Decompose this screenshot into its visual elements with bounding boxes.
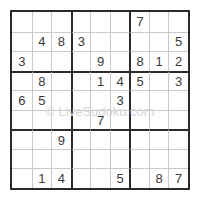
cell-r3c1[interactable]: 3: [12, 51, 32, 71]
cell-r3c9[interactable]: 2: [168, 51, 188, 71]
cell-r7c4[interactable]: [71, 129, 91, 149]
cell-r1c8[interactable]: [149, 12, 169, 32]
cell-r8c8[interactable]: [149, 149, 169, 169]
cell-r5c2[interactable]: 5: [32, 90, 52, 110]
cell-r8c3[interactable]: [51, 149, 71, 169]
cell-r4c7[interactable]: 5: [129, 71, 149, 91]
cell-r7c8[interactable]: [149, 129, 169, 149]
cell-r3c5[interactable]: 9: [90, 51, 110, 71]
cell-r6c2[interactable]: [32, 110, 52, 130]
cell-r6c7[interactable]: [129, 110, 149, 130]
cell-r9c7[interactable]: [129, 168, 149, 188]
cell-r7c6[interactable]: [110, 129, 130, 149]
cell-r3c3[interactable]: [51, 51, 71, 71]
cell-r6c6[interactable]: [110, 110, 130, 130]
cell-r2c6[interactable]: [110, 32, 130, 52]
cell-r6c9[interactable]: [168, 110, 188, 130]
cell-r9c2[interactable]: 1: [32, 168, 52, 188]
cell-r7c9[interactable]: [168, 129, 188, 149]
cell-r1c9[interactable]: [168, 12, 188, 32]
cell-r2c5[interactable]: [90, 32, 110, 52]
cell-r3c7[interactable]: 8: [129, 51, 149, 71]
cell-r2c2[interactable]: 4: [32, 32, 52, 52]
cell-r2c9[interactable]: 5: [168, 32, 188, 52]
cell-r8c6[interactable]: [110, 149, 130, 169]
cell-r5c6[interactable]: 3: [110, 90, 130, 110]
cell-r5c4[interactable]: [71, 90, 91, 110]
cell-r9c1[interactable]: [12, 168, 32, 188]
cell-r5c1[interactable]: 6: [12, 90, 32, 110]
cell-r8c7[interactable]: [129, 149, 149, 169]
cell-r6c1[interactable]: [12, 110, 32, 130]
cell-r5c9[interactable]: [168, 90, 188, 110]
cell-r3c8[interactable]: 1: [149, 51, 169, 71]
cell-r8c5[interactable]: [90, 149, 110, 169]
cell-r6c4[interactable]: [71, 110, 91, 130]
cell-r4c3[interactable]: [51, 71, 71, 91]
cell-r6c8[interactable]: [149, 110, 169, 130]
cell-r1c4[interactable]: [71, 12, 91, 32]
cell-r7c5[interactable]: [90, 129, 110, 149]
cell-r7c3[interactable]: 9: [51, 129, 71, 149]
board-area: 7483539812814536537914587 © LiveSudoku.c…: [10, 10, 190, 190]
cell-r2c8[interactable]: [149, 32, 169, 52]
cell-r3c6[interactable]: [110, 51, 130, 71]
cell-r2c7[interactable]: [129, 32, 149, 52]
cell-r9c3[interactable]: 4: [51, 168, 71, 188]
cell-r7c7[interactable]: [129, 129, 149, 149]
cell-r3c4[interactable]: [71, 51, 91, 71]
cell-r9c9[interactable]: 7: [168, 168, 188, 188]
cell-r1c5[interactable]: [90, 12, 110, 32]
cell-r4c6[interactable]: 4: [110, 71, 130, 91]
sudoku-board: 7483539812814536537914587: [10, 10, 190, 190]
cell-r8c4[interactable]: [71, 149, 91, 169]
cell-r1c2[interactable]: [32, 12, 52, 32]
cell-r5c8[interactable]: [149, 90, 169, 110]
cell-r5c5[interactable]: [90, 90, 110, 110]
cell-r7c1[interactable]: [12, 129, 32, 149]
cell-r8c9[interactable]: [168, 149, 188, 169]
cell-r4c9[interactable]: 3: [168, 71, 188, 91]
cell-r4c2[interactable]: 8: [32, 71, 52, 91]
cell-r2c3[interactable]: 8: [51, 32, 71, 52]
cell-r4c8[interactable]: [149, 71, 169, 91]
cell-r2c4[interactable]: 3: [71, 32, 91, 52]
cell-r3c2[interactable]: [32, 51, 52, 71]
cell-r8c1[interactable]: [12, 149, 32, 169]
cell-r6c3[interactable]: [51, 110, 71, 130]
cell-r9c8[interactable]: 8: [149, 168, 169, 188]
cell-r4c4[interactable]: [71, 71, 91, 91]
cell-r5c3[interactable]: [51, 90, 71, 110]
cell-r4c1[interactable]: [12, 71, 32, 91]
cell-r1c7[interactable]: 7: [129, 12, 149, 32]
cell-r8c2[interactable]: [32, 149, 52, 169]
cell-r7c2[interactable]: [32, 129, 52, 149]
cell-r9c4[interactable]: [71, 168, 91, 188]
cell-r9c5[interactable]: [90, 168, 110, 188]
cell-r4c5[interactable]: 1: [90, 71, 110, 91]
cell-r5c7[interactable]: [129, 90, 149, 110]
cell-r1c1[interactable]: [12, 12, 32, 32]
cell-r6c5[interactable]: 7: [90, 110, 110, 130]
cell-r2c1[interactable]: [12, 32, 32, 52]
cell-r1c3[interactable]: [51, 12, 71, 32]
sudoku-puzzle-image: 7483539812814536537914587 © LiveSudoku.c…: [0, 0, 200, 200]
cell-r1c6[interactable]: [110, 12, 130, 32]
cell-r9c6[interactable]: 5: [110, 168, 130, 188]
